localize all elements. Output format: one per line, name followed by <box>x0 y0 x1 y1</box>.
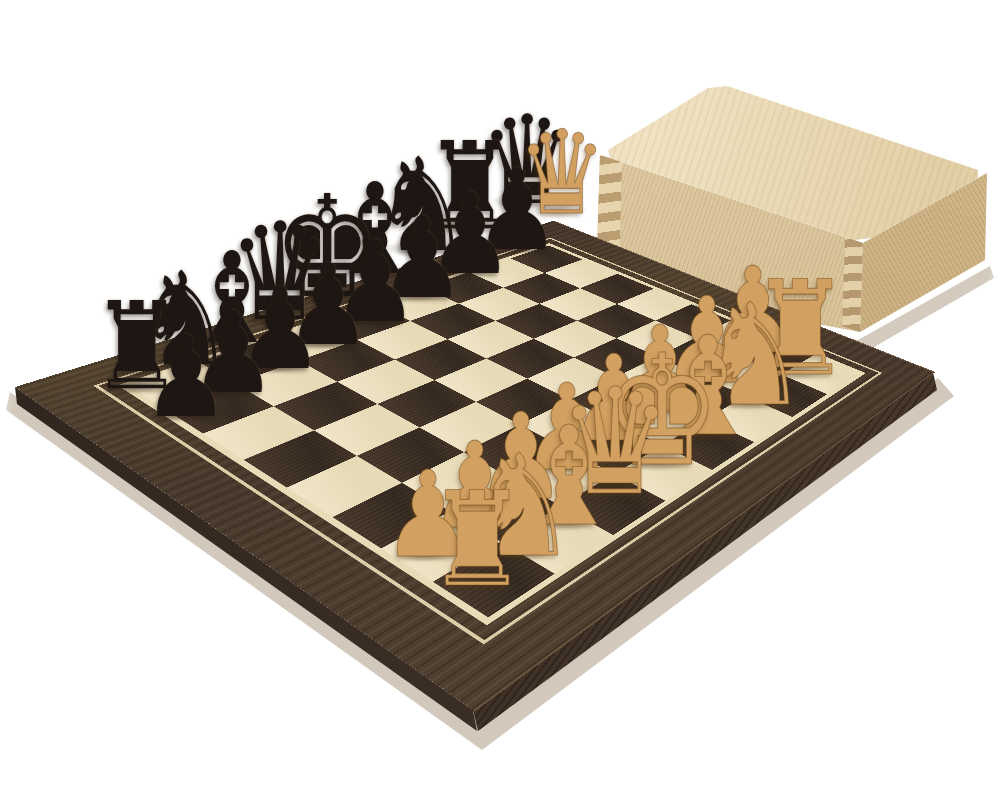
piece-black-pawn-a7[interactable]: ♟ <box>142 321 229 433</box>
piece-white-rook-a1[interactable]: ♜ <box>427 475 528 606</box>
scene: ♛♛♜♟♞♟♝♚♟♛♟♝♟♟♞♟♜♟♜♟♞♟♟♝♟♚♟♛♟♝♟♞♟♜ <box>0 0 1000 800</box>
